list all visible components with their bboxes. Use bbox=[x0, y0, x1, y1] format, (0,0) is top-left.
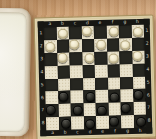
white-checker[interactable] bbox=[84, 53, 94, 63]
white-checker[interactable] bbox=[58, 29, 68, 39]
square-a7[interactable] bbox=[46, 104, 59, 117]
square-h8[interactable] bbox=[133, 115, 146, 128]
square-f6[interactable] bbox=[108, 90, 121, 103]
square-b7[interactable] bbox=[58, 104, 71, 117]
white-checker[interactable] bbox=[69, 40, 79, 50]
coordinate-label: f bbox=[109, 128, 122, 134]
square-f2[interactable] bbox=[107, 38, 120, 51]
square-f7[interactable] bbox=[108, 103, 121, 116]
square-d5[interactable] bbox=[83, 78, 96, 91]
black-checker[interactable] bbox=[58, 91, 68, 101]
black-checker[interactable] bbox=[109, 92, 119, 102]
coordinate-label: a bbox=[46, 130, 59, 136]
square-b1[interactable] bbox=[56, 27, 69, 40]
square-f5[interactable] bbox=[107, 77, 120, 90]
square-a4[interactable] bbox=[45, 66, 58, 79]
square-c4[interactable] bbox=[70, 65, 83, 78]
coordinate-label: 4 bbox=[145, 63, 151, 76]
square-b5[interactable] bbox=[58, 78, 71, 91]
square-d6[interactable] bbox=[83, 90, 96, 103]
square-e4[interactable] bbox=[95, 64, 108, 77]
square-g2[interactable] bbox=[119, 38, 132, 51]
square-d3[interactable] bbox=[82, 52, 95, 65]
square-h2[interactable] bbox=[132, 38, 145, 51]
square-e8[interactable] bbox=[96, 116, 109, 129]
square-g5[interactable] bbox=[120, 77, 133, 90]
white-checker[interactable] bbox=[109, 27, 119, 37]
coordinate-label: c bbox=[71, 129, 84, 135]
square-b4[interactable] bbox=[57, 65, 70, 78]
square-c6[interactable] bbox=[70, 91, 83, 104]
square-g3[interactable] bbox=[119, 51, 132, 64]
square-d2[interactable] bbox=[82, 39, 95, 52]
white-checker[interactable] bbox=[45, 42, 55, 52]
square-c3[interactable] bbox=[69, 52, 82, 65]
table-surface: abcdefgh 12345678 12345678 abcdefgh bbox=[0, 0, 156, 139]
square-a6[interactable] bbox=[45, 91, 58, 104]
coordinate-label: 8 bbox=[146, 115, 152, 128]
black-checker[interactable] bbox=[85, 92, 95, 102]
square-a5[interactable] bbox=[45, 78, 58, 91]
coordinate-label: g bbox=[121, 128, 134, 134]
coordinate-label: 5 bbox=[145, 76, 151, 89]
square-e2[interactable] bbox=[94, 39, 107, 52]
square-c8[interactable] bbox=[71, 116, 84, 129]
frame-corner bbox=[146, 128, 152, 134]
coordinate-label: 1 bbox=[144, 25, 150, 38]
square-f1[interactable] bbox=[106, 25, 119, 38]
black-checker[interactable] bbox=[121, 103, 131, 113]
square-g8[interactable] bbox=[121, 115, 134, 128]
board-frame: abcdefgh 12345678 12345678 abcdefgh bbox=[38, 19, 153, 137]
square-h4[interactable] bbox=[132, 63, 145, 76]
white-checker[interactable] bbox=[133, 27, 143, 37]
square-c7[interactable] bbox=[71, 104, 84, 117]
black-checker[interactable] bbox=[97, 105, 107, 115]
black-checker[interactable] bbox=[61, 118, 71, 128]
square-c1[interactable] bbox=[69, 26, 82, 39]
white-checker[interactable] bbox=[96, 40, 106, 50]
square-d8[interactable] bbox=[83, 116, 96, 129]
white-checker[interactable] bbox=[108, 54, 118, 64]
coordinate-label: 7 bbox=[146, 102, 152, 115]
square-d4[interactable] bbox=[82, 65, 95, 78]
square-e7[interactable] bbox=[96, 103, 109, 116]
coordinate-label: 2 bbox=[144, 38, 150, 51]
square-e5[interactable] bbox=[95, 77, 108, 90]
black-checker[interactable] bbox=[73, 105, 83, 115]
square-a2[interactable] bbox=[44, 40, 57, 53]
black-checker[interactable] bbox=[109, 116, 119, 126]
coordinate-label: h bbox=[134, 128, 147, 134]
coordinate-label: b bbox=[59, 130, 72, 136]
square-e3[interactable] bbox=[94, 51, 107, 64]
checkers-board bbox=[44, 25, 146, 130]
square-f8[interactable] bbox=[108, 116, 121, 129]
square-g4[interactable] bbox=[120, 64, 133, 77]
black-checker[interactable] bbox=[85, 119, 95, 129]
black-checker[interactable] bbox=[46, 105, 56, 115]
square-b6[interactable] bbox=[58, 91, 71, 104]
square-d7[interactable] bbox=[83, 103, 96, 116]
square-c5[interactable] bbox=[70, 78, 83, 91]
coordinate-label: e bbox=[96, 129, 109, 135]
square-g1[interactable] bbox=[119, 25, 132, 38]
black-checker[interactable] bbox=[133, 90, 143, 100]
square-a1[interactable] bbox=[44, 27, 57, 40]
white-checker[interactable] bbox=[120, 40, 130, 50]
square-f3[interactable] bbox=[107, 51, 120, 64]
square-b3[interactable] bbox=[57, 52, 70, 65]
box-lid bbox=[0, 8, 31, 137]
white-checker[interactable] bbox=[82, 27, 92, 37]
square-d1[interactable] bbox=[81, 26, 94, 39]
game-board-tray: abcdefgh 12345678 12345678 abcdefgh bbox=[34, 15, 156, 139]
square-f4[interactable] bbox=[107, 64, 120, 77]
coordinate-label: 3 bbox=[144, 50, 150, 63]
white-checker[interactable] bbox=[57, 53, 67, 63]
coordinate-label: 6 bbox=[145, 89, 151, 102]
white-checker[interactable] bbox=[132, 51, 142, 61]
square-c2[interactable] bbox=[69, 39, 82, 52]
square-h5[interactable] bbox=[132, 76, 145, 89]
box-lid-interior bbox=[0, 12, 27, 133]
square-h7[interactable] bbox=[133, 102, 146, 115]
square-h6[interactable] bbox=[133, 89, 146, 102]
square-g6[interactable] bbox=[120, 89, 133, 102]
square-b2[interactable] bbox=[57, 39, 70, 52]
coordinate-label: d bbox=[84, 129, 97, 135]
square-h1[interactable] bbox=[131, 25, 144, 38]
square-e1[interactable] bbox=[94, 26, 107, 39]
square-a8[interactable] bbox=[46, 117, 59, 130]
black-checker[interactable] bbox=[136, 116, 146, 126]
square-g7[interactable] bbox=[121, 102, 134, 115]
square-e6[interactable] bbox=[95, 90, 108, 103]
square-a3[interactable] bbox=[44, 53, 57, 66]
square-h3[interactable] bbox=[132, 51, 145, 64]
square-b8[interactable] bbox=[58, 117, 71, 130]
